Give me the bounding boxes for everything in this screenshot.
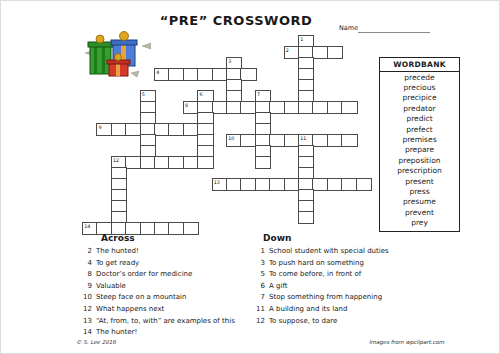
clue-number: 13 [76, 316, 92, 328]
grid-cell[interactable] [141, 124, 155, 135]
grid-cell[interactable] [169, 157, 183, 168]
wordbank-item: prescription [380, 166, 459, 176]
grid-cell[interactable] [241, 102, 255, 113]
clue-item: 12What happens next [76, 304, 248, 316]
grid-cell[interactable] [198, 157, 212, 168]
grid-cell[interactable] [198, 69, 212, 80]
grid-cell[interactable] [155, 157, 169, 168]
grid-cell[interactable] [328, 47, 342, 58]
grid-cell[interactable] [328, 135, 342, 146]
wordbank-list: precedepreciousprecipicepredatorpredictp… [380, 73, 459, 229]
grid-clue-number: 2 [286, 48, 289, 53]
grid-cell[interactable] [299, 91, 313, 102]
across-clues: 2The hunted!4To get ready8Doctor’s order… [76, 246, 248, 339]
clue-number: 3 [249, 258, 265, 270]
clue-number: 7 [249, 292, 265, 304]
wordbank-item: presume [380, 197, 459, 207]
wordbank-item: press [380, 187, 459, 197]
grid-cell[interactable] [299, 47, 313, 58]
grid-cell[interactable] [213, 69, 227, 80]
grid-cell[interactable] [299, 146, 313, 157]
clue-text: A gift [269, 281, 288, 293]
grid-cell[interactable] [241, 135, 255, 146]
down-section: Down 1School student with special duties… [249, 233, 429, 327]
grid-cell[interactable] [299, 102, 313, 113]
grid-cell[interactable] [256, 146, 270, 157]
grid-cell[interactable] [299, 179, 313, 190]
clue-number: 14 [76, 327, 92, 339]
wordbank-item: prepare [380, 145, 459, 155]
grid-cell[interactable] [112, 168, 126, 179]
grid-clue-number: 6 [199, 92, 202, 97]
grid-clue-number: 5 [142, 92, 145, 97]
wordbank-item: premises [380, 135, 459, 145]
grid-cell[interactable] [184, 69, 198, 80]
grid-cell[interactable] [141, 135, 155, 146]
clue-text: Stop something from happening [269, 292, 382, 304]
grid-clue-number: 3 [228, 59, 231, 64]
name-label: Name [339, 24, 358, 32]
clue-text: To come before, in front of [269, 269, 361, 281]
clue-text: Valuable [96, 281, 126, 293]
grid-cell[interactable] [313, 135, 327, 146]
grid-cell[interactable] [328, 102, 342, 113]
clue-text: To suppose, to dare [269, 316, 337, 328]
grid-cell[interactable] [313, 102, 327, 113]
clue-text: The hunted! [96, 246, 139, 258]
grid-cell[interactable] [126, 157, 140, 168]
clue-item: 10Steep face on a mountain [76, 292, 248, 304]
grid-cell[interactable] [198, 146, 212, 157]
page-title: “PRE” CROSSWORD [141, 13, 331, 28]
wordbank-item: precipice [380, 93, 459, 103]
grid-cell[interactable] [241, 179, 255, 190]
clue-number: 12 [76, 304, 92, 316]
clue-text: “At, from, to, with” are examples of thi… [96, 316, 235, 328]
clue-item: 2The hunted! [76, 246, 248, 258]
grid-cell[interactable] [141, 146, 155, 157]
clue-number: 2 [76, 246, 92, 258]
clue-number: 12 [249, 316, 265, 328]
grid-cell[interactable] [285, 135, 299, 146]
grid-cell[interactable] [198, 124, 212, 135]
clue-item: 8Doctor’s order for medicine [76, 269, 248, 281]
grid-cell[interactable] [299, 69, 313, 80]
grid-cell[interactable] [256, 135, 270, 146]
grid-cell[interactable] [342, 102, 356, 113]
crossword-grid: 1234567891011121314 [83, 36, 371, 234]
grid-cell[interactable] [256, 124, 270, 135]
grid-cell[interactable] [169, 124, 183, 135]
grid-clue-number: 11 [300, 136, 306, 141]
clue-number: 6 [249, 281, 265, 293]
wordbank-item: prefect [380, 125, 459, 135]
grid-cell[interactable] [256, 179, 270, 190]
down-clues: 1School student with special duties3To p… [249, 246, 429, 327]
clue-item: 12To suppose, to dare [249, 316, 429, 328]
grid-cell[interactable] [141, 113, 155, 124]
clue-item: 6A gift [249, 281, 429, 293]
grid-clue-number: 10 [228, 136, 234, 141]
clue-item: 11A building and its land [249, 304, 429, 316]
clue-number: 8 [76, 269, 92, 281]
grid-cell[interactable] [198, 102, 212, 113]
grid-cell[interactable] [270, 179, 284, 190]
clue-item: 7Stop something from happening [249, 292, 429, 304]
clue-number: 9 [76, 281, 92, 293]
clue-text: To push hard on something [269, 258, 364, 270]
wordbank-item: precede [380, 73, 459, 83]
clue-text: What happens next [96, 304, 164, 316]
clue-text: A building and its land [269, 304, 347, 316]
wordbank-item: prevent [380, 208, 459, 218]
grid-clue-number: 1 [300, 37, 303, 42]
wordbank-item: precious [380, 83, 459, 93]
clue-item: 13“At, from, to, with” are examples of t… [76, 316, 248, 328]
footer-credit: Images from wpclipart.com [369, 339, 459, 345]
grid-cell[interactable] [227, 179, 241, 190]
clue-item: 5To come before, in front of [249, 269, 429, 281]
grid-cell[interactable] [213, 102, 227, 113]
grid-cell[interactable] [299, 80, 313, 91]
clue-number: 10 [76, 292, 92, 304]
grid-cell[interactable] [112, 212, 126, 223]
grid-cell[interactable] [299, 212, 313, 223]
grid-cell[interactable] [299, 190, 313, 201]
grid-cell[interactable] [184, 157, 198, 168]
grid-cell[interactable] [155, 124, 169, 135]
grid-cell[interactable] [270, 102, 284, 113]
grid-cell[interactable] [112, 124, 126, 135]
grid-clue-number: 9 [99, 125, 102, 130]
across-header: Across [101, 233, 248, 243]
grid-cell[interactable] [357, 179, 371, 190]
clue-text: Steep face on a mountain [96, 292, 186, 304]
grid-cell[interactable] [299, 157, 313, 168]
grid-cell[interactable] [126, 124, 140, 135]
grid-clue-number: 12 [113, 158, 119, 163]
grid-cell[interactable] [285, 102, 299, 113]
name-blank-line [358, 32, 430, 33]
clue-number: 5 [249, 269, 265, 281]
clue-text: To get ready [96, 258, 139, 270]
grid-cell[interactable] [141, 102, 155, 113]
grid-clue-number: 8 [185, 103, 188, 108]
wordbank-item: predator [380, 104, 459, 114]
footer-copyright: © S. Lee 2016 [76, 339, 116, 345]
clue-number: 4 [76, 258, 92, 270]
clue-item: 14The hunter! [76, 327, 248, 339]
wordbank-item: prey [380, 218, 459, 228]
grid-cell[interactable] [227, 69, 241, 80]
grid-clue-number: 7 [257, 92, 260, 97]
grid-cell[interactable] [299, 201, 313, 212]
grid-cell[interactable] [241, 69, 255, 80]
clue-text: School student with special duties [269, 246, 389, 258]
clue-text: The hunter! [96, 327, 137, 339]
clue-item: 4To get ready [76, 258, 248, 270]
grid-clue-number: 4 [156, 70, 159, 75]
worksheet-page: “PRE” CROSSWORD Name 1234567891011121314… [0, 0, 500, 354]
grid-cell[interactable] [198, 135, 212, 146]
wordbank-item: preposition [380, 156, 459, 166]
grid-cell[interactable] [313, 47, 327, 58]
grid-cell[interactable] [285, 179, 299, 190]
grid-clue-number: 14 [84, 224, 90, 229]
grid-cell[interactable] [227, 80, 241, 91]
clue-item: 1School student with special duties [249, 246, 429, 258]
wordbank: WORDBANK precedepreciousprecipicepredato… [379, 57, 460, 232]
clue-item: 9Valuable [76, 281, 248, 293]
grid-cell[interactable] [256, 102, 270, 113]
grid-cell[interactable] [112, 179, 126, 190]
grid-clue-number: 13 [214, 180, 220, 185]
down-header: Down [263, 233, 429, 243]
clue-number: 11 [249, 304, 265, 316]
grid-cell[interactable] [169, 69, 183, 80]
grid-cell[interactable] [198, 113, 212, 124]
grid-cell[interactable] [227, 102, 241, 113]
wordbank-header: WORDBANK [379, 57, 460, 72]
wordbank-item: present [380, 177, 459, 187]
grid-cell[interactable] [328, 179, 342, 190]
clue-number: 1 [249, 246, 265, 258]
grid-cell[interactable] [112, 201, 126, 212]
grid-cell[interactable] [256, 157, 270, 168]
grid-cell[interactable] [256, 113, 270, 124]
grid-cell[interactable] [299, 58, 313, 69]
grid-cell[interactable] [141, 157, 155, 168]
grid-cell[interactable] [342, 135, 356, 146]
clue-text: Doctor’s order for medicine [96, 269, 192, 281]
grid-cell[interactable] [299, 168, 313, 179]
clue-item: 3To push hard on something [249, 258, 429, 270]
grid-cell[interactable] [227, 91, 241, 102]
grid-cell[interactable] [270, 135, 284, 146]
grid-cell[interactable] [184, 124, 198, 135]
grid-cell[interactable] [313, 179, 327, 190]
grid-cell[interactable] [112, 190, 126, 201]
grid-cell[interactable] [342, 179, 356, 190]
across-section: Across 2The hunted!4To get ready8Doctor’… [76, 233, 248, 339]
wordbank-item: predict [380, 114, 459, 124]
